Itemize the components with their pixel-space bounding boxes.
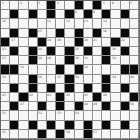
clue-number: 19 — [57, 38, 61, 41]
black-cell — [65, 121, 74, 130]
black-cell — [65, 47, 74, 56]
crossword-grid: 1234567891011121314151617181920212223242… — [0, 0, 140, 140]
white-cell[interactable]: 23 — [1, 47, 10, 56]
white-cell[interactable] — [111, 10, 120, 19]
white-cell[interactable]: 30 — [75, 56, 84, 65]
white-cell[interactable] — [75, 84, 84, 93]
white-cell[interactable] — [111, 84, 120, 93]
black-cell — [47, 84, 56, 93]
clue-number: 35 — [2, 75, 6, 78]
white-cell[interactable] — [19, 10, 28, 19]
clue-number: 26 — [112, 47, 116, 50]
white-cell[interactable] — [38, 93, 47, 102]
white-cell[interactable] — [19, 84, 28, 93]
clue-number: 36 — [38, 75, 42, 78]
black-cell — [84, 84, 93, 93]
black-cell — [56, 65, 65, 74]
white-cell[interactable]: 15 — [38, 29, 47, 38]
clue-number: 37 — [57, 75, 61, 78]
clue-number: 34 — [84, 65, 88, 68]
clue-number: 13 — [84, 19, 88, 22]
white-cell[interactable]: 4 — [56, 1, 65, 10]
white-cell[interactable] — [93, 111, 102, 120]
white-cell[interactable] — [10, 75, 19, 84]
clue-number: 1 — [2, 1, 4, 4]
black-cell — [10, 84, 19, 93]
black-cell — [38, 102, 47, 111]
white-cell[interactable] — [93, 19, 102, 28]
black-cell — [47, 47, 56, 56]
white-cell[interactable] — [93, 56, 102, 65]
black-cell — [65, 75, 74, 84]
clue-number: 3 — [38, 1, 40, 4]
clue-number: 23 — [2, 47, 6, 50]
white-cell[interactable]: 46 — [102, 93, 111, 102]
white-cell[interactable]: 37 — [56, 75, 65, 84]
white-cell[interactable] — [56, 10, 65, 19]
white-cell[interactable] — [65, 102, 74, 111]
black-cell — [10, 47, 19, 56]
black-cell — [111, 38, 120, 47]
white-cell[interactable] — [93, 84, 102, 93]
white-cell[interactable]: 52 — [38, 111, 47, 120]
white-cell[interactable]: 48 — [84, 102, 93, 111]
white-cell[interactable]: 42 — [29, 93, 38, 102]
white-cell[interactable]: 13 — [84, 19, 93, 28]
clue-number: 55 — [2, 130, 6, 133]
white-cell[interactable] — [65, 1, 74, 10]
black-cell — [84, 10, 93, 19]
white-cell[interactable] — [29, 130, 38, 139]
white-cell[interactable] — [1, 10, 10, 19]
white-cell[interactable]: 34 — [84, 65, 93, 74]
clue-number: 51 — [2, 111, 6, 114]
clue-number: 43 — [47, 93, 51, 96]
black-cell — [130, 93, 139, 102]
white-cell[interactable] — [84, 1, 93, 10]
clue-number: 9 — [93, 10, 95, 13]
white-cell[interactable] — [29, 111, 38, 120]
black-cell — [29, 75, 38, 84]
white-cell[interactable] — [121, 56, 130, 65]
white-cell[interactable] — [19, 111, 28, 120]
white-cell[interactable] — [38, 84, 47, 93]
clue-number: 31 — [84, 56, 88, 59]
white-cell[interactable]: 54 — [75, 111, 84, 120]
white-cell[interactable] — [19, 75, 28, 84]
white-cell[interactable] — [121, 130, 130, 139]
white-cell[interactable]: 1 — [1, 1, 10, 10]
white-cell[interactable] — [29, 19, 38, 28]
black-cell — [102, 102, 111, 111]
white-cell[interactable] — [65, 111, 74, 120]
white-cell[interactable] — [121, 75, 130, 84]
clue-number: 49 — [93, 102, 97, 105]
white-cell[interactable] — [84, 75, 93, 84]
white-cell[interactable]: 43 — [47, 93, 56, 102]
white-cell[interactable] — [1, 102, 10, 111]
white-cell[interactable] — [1, 121, 10, 130]
white-cell[interactable] — [75, 121, 84, 130]
white-cell[interactable]: 7 — [130, 1, 139, 10]
black-cell — [102, 56, 111, 65]
white-cell[interactable]: 21 — [93, 38, 102, 47]
white-cell[interactable] — [19, 19, 28, 28]
white-cell[interactable]: 32 — [111, 56, 120, 65]
black-cell — [102, 75, 111, 84]
white-cell[interactable] — [65, 38, 74, 47]
white-cell[interactable] — [75, 93, 84, 102]
white-cell[interactable] — [38, 121, 47, 130]
white-cell[interactable]: 17 — [10, 38, 19, 47]
white-cell[interactable]: 33 — [19, 65, 28, 74]
black-cell — [29, 47, 38, 56]
white-cell[interactable] — [19, 56, 28, 65]
white-cell[interactable]: 29 — [47, 56, 56, 65]
black-cell — [121, 121, 130, 130]
black-cell — [29, 121, 38, 130]
black-cell — [29, 29, 38, 38]
white-cell[interactable] — [38, 19, 47, 28]
white-cell[interactable]: 45 — [84, 93, 93, 102]
clue-number: 46 — [103, 93, 107, 96]
black-cell — [121, 10, 130, 19]
black-cell — [84, 130, 93, 139]
clue-number: 28 — [38, 56, 42, 59]
clue-number: 14 — [103, 19, 107, 22]
black-cell — [121, 84, 130, 93]
clue-number: 50 — [130, 102, 134, 105]
white-cell[interactable]: 49 — [93, 102, 102, 111]
black-cell — [102, 10, 111, 19]
white-cell[interactable] — [111, 121, 120, 130]
white-cell[interactable]: 3 — [38, 1, 47, 10]
black-cell — [10, 102, 19, 111]
white-cell[interactable]: 50 — [130, 102, 139, 111]
clue-number: 8 — [75, 10, 77, 13]
black-cell — [130, 65, 139, 74]
white-cell[interactable] — [130, 10, 139, 19]
white-cell[interactable] — [93, 121, 102, 130]
white-cell[interactable] — [130, 130, 139, 139]
white-cell[interactable] — [47, 130, 56, 139]
clue-number: 29 — [47, 56, 51, 59]
white-cell[interactable]: 40 — [130, 75, 139, 84]
white-cell[interactable]: 24 — [38, 47, 47, 56]
white-cell[interactable] — [102, 38, 111, 47]
white-cell[interactable] — [130, 19, 139, 28]
clue-number: 6 — [112, 1, 114, 4]
black-cell — [47, 10, 56, 19]
clue-number: 4 — [57, 1, 59, 4]
clue-number: 15 — [38, 29, 42, 32]
white-cell[interactable] — [1, 84, 10, 93]
clue-number: 42 — [29, 93, 33, 96]
black-cell — [93, 93, 102, 102]
black-cell — [84, 47, 93, 56]
white-cell[interactable] — [10, 130, 19, 139]
white-cell[interactable] — [111, 19, 120, 28]
white-cell[interactable] — [19, 121, 28, 130]
clue-number: 16 — [103, 29, 107, 32]
clue-number: 39 — [112, 75, 116, 78]
white-cell[interactable] — [65, 65, 74, 74]
white-cell[interactable] — [56, 47, 65, 56]
white-cell[interactable]: 16 — [102, 29, 111, 38]
white-cell[interactable]: 56 — [65, 130, 74, 139]
white-cell[interactable]: 19 — [56, 38, 65, 47]
black-cell — [38, 38, 47, 47]
black-cell — [102, 84, 111, 93]
clue-number: 57 — [93, 130, 97, 133]
white-cell[interactable] — [47, 75, 56, 84]
white-cell[interactable]: 41 — [1, 93, 10, 102]
black-cell — [10, 10, 19, 19]
black-cell — [93, 1, 102, 10]
clue-number: 40 — [130, 75, 134, 78]
white-cell[interactable] — [130, 84, 139, 93]
white-cell[interactable]: 6 — [111, 1, 120, 10]
white-cell[interactable] — [93, 75, 102, 84]
clue-number: 38 — [75, 75, 79, 78]
white-cell[interactable] — [47, 65, 56, 74]
white-cell[interactable] — [130, 29, 139, 38]
white-cell[interactable]: 2 — [19, 1, 28, 10]
white-cell[interactable] — [111, 130, 120, 139]
clue-number: 41 — [2, 93, 6, 96]
white-cell[interactable] — [10, 1, 19, 10]
white-cell[interactable]: 47 — [19, 102, 28, 111]
white-cell[interactable] — [111, 93, 120, 102]
black-cell — [1, 38, 10, 47]
white-cell[interactable]: 12 — [65, 19, 74, 28]
black-cell — [47, 1, 56, 10]
white-cell[interactable] — [130, 38, 139, 47]
white-cell[interactable] — [29, 1, 38, 10]
white-cell[interactable]: 26 — [111, 47, 120, 56]
black-cell — [75, 102, 84, 111]
clue-number: 10 — [2, 19, 6, 22]
clue-number: 5 — [103, 1, 105, 4]
clue-number: 22 — [121, 38, 125, 41]
white-cell[interactable] — [121, 19, 130, 28]
black-cell — [102, 121, 111, 130]
white-cell[interactable]: 44 — [65, 93, 74, 102]
clue-number: 18 — [47, 38, 51, 41]
white-cell[interactable] — [130, 47, 139, 56]
white-cell[interactable] — [121, 111, 130, 120]
white-cell[interactable]: 53 — [56, 111, 65, 120]
white-cell[interactable] — [56, 56, 65, 65]
white-cell[interactable] — [29, 65, 38, 74]
black-cell — [75, 29, 84, 38]
clue-number: 27 — [2, 56, 6, 59]
white-cell[interactable]: 51 — [1, 111, 10, 120]
white-cell[interactable] — [130, 56, 139, 65]
white-cell[interactable] — [38, 10, 47, 19]
white-cell[interactable] — [10, 19, 19, 28]
black-cell — [29, 56, 38, 65]
clue-number: 25 — [75, 47, 79, 50]
black-cell — [29, 10, 38, 19]
white-cell[interactable]: 27 — [1, 56, 10, 65]
white-cell[interactable] — [75, 130, 84, 139]
white-cell[interactable] — [102, 65, 111, 74]
black-cell — [102, 47, 111, 56]
black-cell — [121, 29, 130, 38]
black-cell — [75, 38, 84, 47]
white-cell[interactable]: 28 — [38, 56, 47, 65]
black-cell — [75, 1, 84, 10]
white-cell[interactable]: 11 — [47, 19, 56, 28]
clue-number: 30 — [75, 56, 79, 59]
clue-number: 53 — [57, 111, 61, 114]
white-cell[interactable] — [1, 29, 10, 38]
white-cell[interactable] — [93, 47, 102, 56]
black-cell — [93, 29, 102, 38]
white-cell[interactable]: 38 — [75, 75, 84, 84]
white-cell[interactable]: 18 — [47, 38, 56, 47]
white-cell[interactable] — [10, 56, 19, 65]
white-cell[interactable]: 9 — [93, 10, 102, 19]
clue-number: 33 — [20, 65, 24, 68]
white-cell[interactable] — [84, 111, 93, 120]
white-cell[interactable] — [130, 121, 139, 130]
white-cell[interactable]: 8 — [75, 10, 84, 19]
black-cell — [1, 65, 10, 74]
white-cell[interactable] — [10, 111, 19, 120]
black-cell — [56, 102, 65, 111]
black-cell — [65, 10, 74, 19]
white-cell[interactable] — [47, 29, 56, 38]
white-cell[interactable] — [38, 65, 47, 74]
white-cell[interactable] — [56, 121, 65, 130]
black-cell — [121, 102, 130, 111]
white-cell[interactable] — [10, 93, 19, 102]
white-cell[interactable]: 10 — [1, 19, 10, 28]
white-cell[interactable] — [93, 65, 102, 74]
clue-number: 52 — [38, 111, 42, 114]
black-cell — [29, 84, 38, 93]
black-cell — [65, 56, 74, 65]
clue-number: 24 — [38, 47, 42, 50]
black-cell — [47, 121, 56, 130]
white-cell[interactable]: 14 — [102, 19, 111, 28]
black-cell — [56, 130, 65, 139]
clue-number: 21 — [93, 38, 97, 41]
black-cell — [19, 93, 28, 102]
black-cell — [10, 65, 19, 74]
black-cell — [84, 121, 93, 130]
white-cell[interactable] — [29, 102, 38, 111]
black-cell — [65, 84, 74, 93]
white-cell[interactable]: 25 — [75, 47, 84, 56]
white-cell[interactable]: 57 — [93, 130, 102, 139]
clue-number: 12 — [66, 19, 70, 22]
white-cell[interactable]: 20 — [84, 38, 93, 47]
clue-number: 44 — [66, 93, 70, 96]
white-cell[interactable] — [111, 29, 120, 38]
white-cell[interactable] — [19, 130, 28, 139]
black-cell — [121, 47, 130, 56]
black-cell — [56, 29, 65, 38]
white-cell[interactable] — [130, 111, 139, 120]
black-cell — [56, 93, 65, 102]
black-cell — [75, 65, 84, 74]
white-cell[interactable]: 55 — [1, 130, 10, 139]
white-cell[interactable]: 39 — [111, 75, 120, 84]
white-cell[interactable] — [29, 38, 38, 47]
white-cell[interactable] — [121, 93, 130, 102]
white-cell[interactable] — [19, 29, 28, 38]
white-cell[interactable]: 35 — [1, 75, 10, 84]
white-cell[interactable] — [65, 29, 74, 38]
clue-number: 17 — [11, 38, 15, 41]
white-cell[interactable] — [75, 19, 84, 28]
black-cell — [121, 65, 130, 74]
white-cell[interactable] — [84, 29, 93, 38]
white-cell[interactable] — [111, 65, 120, 74]
white-cell[interactable] — [121, 1, 130, 10]
white-cell[interactable] — [111, 111, 120, 120]
white-cell[interactable] — [111, 102, 120, 111]
clue-number: 56 — [66, 130, 70, 133]
white-cell[interactable]: 5 — [102, 1, 111, 10]
clue-number: 47 — [20, 102, 24, 105]
white-cell[interactable] — [102, 111, 111, 120]
white-cell[interactable] — [47, 111, 56, 120]
white-cell[interactable] — [56, 84, 65, 93]
clue-number: 11 — [47, 19, 51, 22]
clue-number: 20 — [84, 38, 88, 41]
clue-number: 48 — [84, 102, 88, 105]
clue-number: 32 — [112, 56, 116, 59]
clue-number: 7 — [130, 1, 132, 4]
black-cell — [10, 121, 19, 130]
white-cell[interactable] — [19, 47, 28, 56]
clue-number: 2 — [20, 1, 22, 4]
white-cell[interactable] — [102, 130, 111, 139]
white-cell[interactable] — [47, 102, 56, 111]
white-cell[interactable]: 31 — [84, 56, 93, 65]
white-cell[interactable] — [19, 38, 28, 47]
white-cell[interactable] — [56, 19, 65, 28]
white-cell[interactable]: 22 — [121, 38, 130, 47]
white-cell[interactable]: 36 — [38, 75, 47, 84]
clue-number: 54 — [75, 111, 79, 114]
black-cell — [38, 130, 47, 139]
black-cell — [10, 29, 19, 38]
clue-number: 45 — [84, 93, 88, 96]
